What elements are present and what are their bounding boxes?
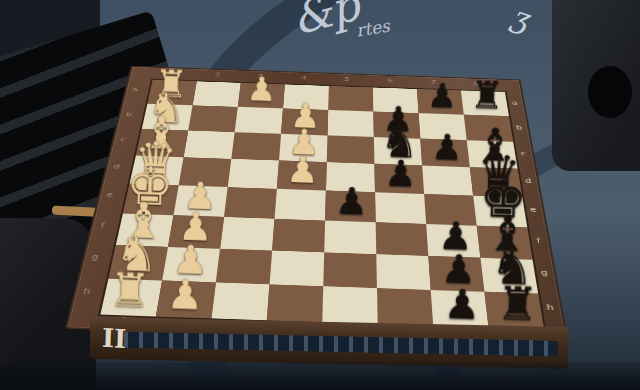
coord-right-h: h	[544, 290, 557, 326]
square-g3	[216, 249, 272, 285]
coord-far-5: 5	[325, 76, 368, 82]
square-g5	[323, 252, 377, 288]
square-c3	[231, 132, 281, 160]
coord-left-e: e	[103, 181, 116, 211]
square-c2	[184, 131, 235, 159]
chessboard-grid: ♜♟♟♜♞♟♟♝♟♞♟♝♛♟♟♛♚♟♟♚♝♟♟♝♞♟♟♞♜♟♟♜	[98, 79, 547, 332]
coord-far-2: 2	[195, 72, 239, 78]
square-d7	[422, 166, 473, 196]
square-a5	[328, 86, 373, 112]
square-h7: ♟	[431, 290, 489, 328]
coord-left-h: h	[79, 274, 94, 309]
square-f6	[376, 222, 429, 256]
piece-bR-a8: ♜	[469, 76, 504, 115]
square-b2	[188, 105, 238, 132]
square-h8: ♜	[484, 292, 544, 330]
coord-left-d: d	[110, 153, 123, 181]
square-h6	[377, 288, 433, 326]
square-d4: ♟	[277, 161, 327, 191]
square-e6	[375, 192, 426, 224]
square-b5	[327, 110, 373, 137]
square-e3	[224, 187, 277, 219]
chessboard-frame: ♜♟♟♜♞♟♟♝♟♞♟♝♛♟♟♛♚♟♟♚♝♟♟♝♞♟♟♞♜♟♟♜ 1234567…	[65, 66, 570, 346]
square-a3: ♟	[238, 83, 285, 109]
square-f5	[324, 221, 376, 255]
square-f3	[220, 217, 275, 251]
piece-bP-h7: ♟	[443, 284, 481, 326]
square-h3	[211, 282, 269, 320]
photo-scene: &p rtes ʒ ♜♟♟♜♞♟♟♝♟♞♟♝♛♟♟♛♚♟♟♚♝♟♟♝♞♟♟♞♜♟…	[0, 0, 640, 390]
coord-far-4: 4	[282, 75, 325, 81]
square-a7: ♟	[417, 89, 464, 115]
piece-wR-h1: ♜	[108, 267, 151, 315]
coord-left-b: b	[123, 102, 135, 127]
square-b3	[235, 107, 283, 134]
square-a8: ♜	[461, 91, 509, 117]
square-h1: ♜	[100, 279, 162, 317]
piece-bR-h8: ♜	[495, 280, 538, 328]
square-g4	[270, 251, 325, 287]
square-a2	[193, 81, 241, 107]
square-e4	[275, 189, 326, 221]
piece-bP-a7: ♟	[426, 79, 457, 113]
piece-wP-h2: ♟	[166, 275, 204, 317]
coord-left-a: a	[129, 78, 140, 102]
coord-far-6: 6	[369, 78, 412, 84]
square-f4	[272, 219, 325, 253]
foreground-shadow	[0, 362, 640, 390]
piece-wP-a3: ♟	[246, 73, 277, 107]
square-d6: ♟	[374, 164, 424, 194]
square-h4	[267, 284, 323, 322]
square-c5	[327, 135, 375, 163]
piece-bP-c7: ♟	[430, 130, 463, 166]
coord-right-a: a	[510, 91, 520, 115]
piece-bP-e5: ♟	[334, 182, 369, 220]
square-g6	[376, 254, 430, 290]
coord-right-g: g	[538, 256, 551, 290]
square-d3	[228, 159, 279, 189]
square-h2: ♟	[156, 281, 216, 319]
piece-bP-d6: ♟	[383, 155, 417, 192]
coord-left-g: g	[87, 241, 102, 274]
coord-left-f: f	[95, 210, 109, 241]
square-h5	[322, 286, 377, 324]
piece-wP-d4: ♟	[285, 152, 319, 189]
square-c7: ♟	[420, 139, 470, 168]
coord-left-c: c	[117, 127, 129, 153]
square-e5: ♟	[325, 191, 376, 223]
board-front-inlay-band	[124, 332, 558, 357]
